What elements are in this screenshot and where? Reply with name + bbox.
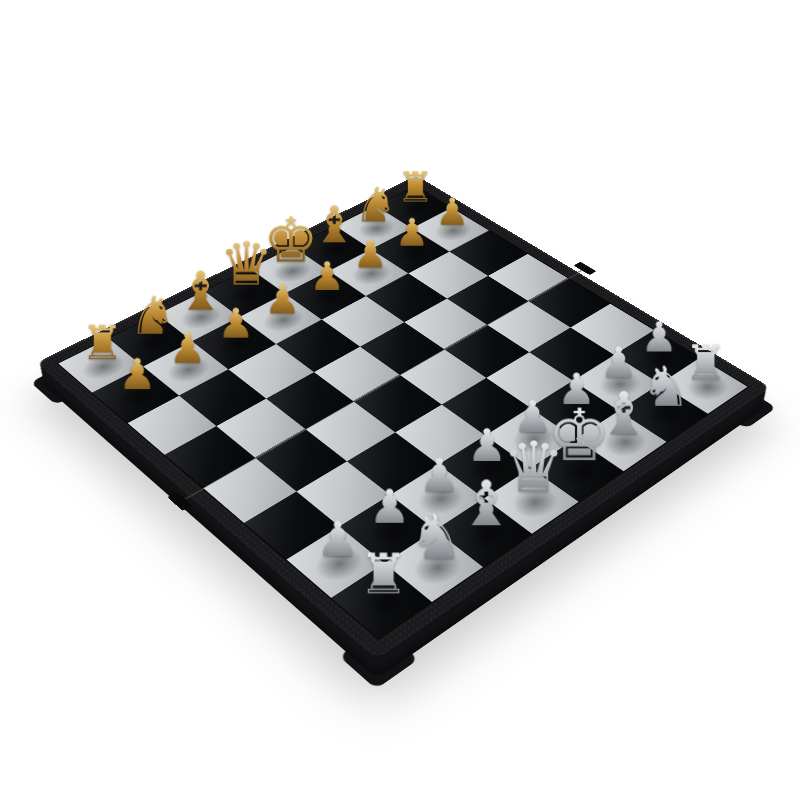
piece-silver-pawn[interactable]: ♟ — [368, 485, 410, 530]
clasp-notch — [573, 262, 596, 276]
square-c5[interactable] — [266, 372, 354, 429]
chess-board: ♜♞♝♛♚♝♞♜♟♟♟♟♟♟♟♟♟♟♟♟♟♟♟♟♜♞♝♛♚♝♞♜ — [36, 176, 770, 660]
piece-silver-rook[interactable]: ♜ — [358, 548, 408, 601]
piece-silver-knight[interactable]: ♞ — [408, 508, 463, 567]
piece-gold-rook[interactable]: ♜ — [396, 168, 434, 208]
piece-silver-pawn[interactable]: ♟ — [467, 425, 507, 468]
piece-silver-pawn[interactable]: ♟ — [640, 318, 677, 357]
piece-gold-pawn[interactable]: ♟ — [435, 195, 469, 231]
product-photo: ♜♞♝♛♚♝♞♜♟♟♟♟♟♟♟♟♟♟♟♟♟♟♟♟♜♞♝♛♚♝♞♜ — [0, 0, 800, 800]
piece-gold-pawn[interactable]: ♟ — [168, 329, 205, 369]
piece-silver-pawn[interactable]: ♟ — [418, 454, 459, 498]
piece-gold-knight[interactable]: ♞ — [354, 182, 397, 228]
piece-gold-pawn[interactable]: ♟ — [395, 215, 429, 251]
piece-gold-pawn[interactable]: ♟ — [264, 281, 300, 319]
piece-gold-pawn[interactable]: ♟ — [118, 355, 156, 395]
piece-gold-pawn[interactable]: ♟ — [309, 258, 344, 296]
board-frame: ♜♞♝♛♚♝♞♜♟♟♟♟♟♟♟♟♟♟♟♟♟♟♟♟♜♞♝♛♚♝♞♜ — [36, 176, 770, 660]
piece-silver-bishop[interactable]: ♝ — [458, 474, 514, 534]
board-grid: ♜♞♝♛♚♝♞♜♟♟♟♟♟♟♟♟♟♟♟♟♟♟♟♟♜♞♝♛♚♝♞♜ — [58, 186, 747, 638]
piece-silver-pawn[interactable]: ♟ — [599, 343, 637, 383]
piece-gold-pawn[interactable]: ♟ — [217, 305, 254, 344]
piece-silver-pawn[interactable]: ♟ — [316, 517, 359, 563]
piece-gold-rook[interactable]: ♜ — [81, 321, 124, 366]
piece-gold-pawn[interactable]: ♟ — [353, 236, 388, 273]
